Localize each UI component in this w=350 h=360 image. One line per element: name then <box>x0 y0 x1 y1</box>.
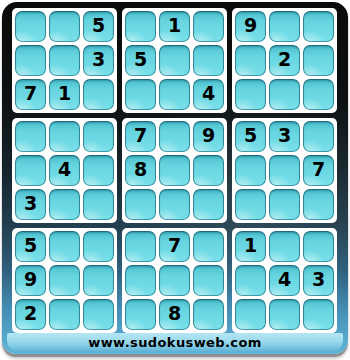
cell-r8c2[interactable] <box>49 265 80 296</box>
cell-r6c9[interactable] <box>303 189 334 220</box>
cell-digit: 4 <box>278 270 291 289</box>
cell-r1c6[interactable] <box>193 11 224 42</box>
block-1-3: 92 <box>232 8 337 113</box>
cell-r5c5[interactable] <box>159 155 190 186</box>
cell-r6c5[interactable] <box>159 189 190 220</box>
block-2-2: 798 <box>122 118 227 223</box>
cell-r3c9[interactable] <box>303 79 334 110</box>
cell-r7c8[interactable] <box>269 231 300 262</box>
cell-r2c7[interactable] <box>235 45 266 76</box>
cell-r3c4[interactable] <box>125 79 156 110</box>
cell-r4c2[interactable] <box>49 121 80 152</box>
cell-r7c6[interactable] <box>193 231 224 262</box>
cell-digit: 3 <box>92 50 105 69</box>
block-1-1: 5371 <box>12 8 117 113</box>
cell-digit: 8 <box>168 304 181 323</box>
cell-digit: 5 <box>92 16 105 35</box>
cell-digit: 2 <box>278 50 291 69</box>
cell-r9c9[interactable] <box>303 299 334 330</box>
cell-r1c7[interactable]: 9 <box>235 11 266 42</box>
cell-r3c3[interactable] <box>83 79 114 110</box>
cell-r5c1[interactable] <box>15 155 46 186</box>
cell-digit: 3 <box>312 270 325 289</box>
cell-r2c6[interactable] <box>193 45 224 76</box>
cell-r7c9[interactable] <box>303 231 334 262</box>
cell-digit: 1 <box>244 236 257 255</box>
cell-r7c1[interactable]: 5 <box>15 231 46 262</box>
cell-r2c1[interactable] <box>15 45 46 76</box>
cell-r5c8[interactable] <box>269 155 300 186</box>
cell-r4c5[interactable] <box>159 121 190 152</box>
cell-r3c7[interactable] <box>235 79 266 110</box>
cell-r6c1[interactable]: 3 <box>15 189 46 220</box>
cell-digit: 5 <box>244 126 257 145</box>
cell-digit: 9 <box>24 270 37 289</box>
block-1-2: 154 <box>122 8 227 113</box>
cell-r5c7[interactable] <box>235 155 266 186</box>
cell-r4c6[interactable]: 9 <box>193 121 224 152</box>
cell-digit: 2 <box>24 304 37 323</box>
cell-r8c5[interactable] <box>159 265 190 296</box>
cell-r1c4[interactable] <box>125 11 156 42</box>
cell-r2c4[interactable]: 5 <box>125 45 156 76</box>
cell-r2c2[interactable] <box>49 45 80 76</box>
cell-r9c3[interactable] <box>83 299 114 330</box>
cell-digit: 5 <box>134 50 147 69</box>
cell-r9c5[interactable]: 8 <box>159 299 190 330</box>
cell-digit: 1 <box>58 84 71 103</box>
block-3-1: 592 <box>12 228 117 333</box>
cell-r8c6[interactable] <box>193 265 224 296</box>
cell-r1c1[interactable] <box>15 11 46 42</box>
cell-r2c9[interactable] <box>303 45 334 76</box>
cell-r5c2[interactable]: 4 <box>49 155 80 186</box>
site-url: www.sudokusweb.com <box>88 335 261 350</box>
cell-r2c5[interactable] <box>159 45 190 76</box>
cell-r9c7[interactable] <box>235 299 266 330</box>
cell-r5c4[interactable]: 8 <box>125 155 156 186</box>
cell-digit: 8 <box>134 160 147 179</box>
cell-r8c4[interactable] <box>125 265 156 296</box>
cell-r5c3[interactable] <box>83 155 114 186</box>
cell-r6c7[interactable] <box>235 189 266 220</box>
cell-r7c2[interactable] <box>49 231 80 262</box>
block-3-3: 143 <box>232 228 337 333</box>
cell-r6c6[interactable] <box>193 189 224 220</box>
cell-r3c1[interactable]: 7 <box>15 79 46 110</box>
cell-r3c2[interactable]: 1 <box>49 79 80 110</box>
cell-r1c8[interactable] <box>269 11 300 42</box>
cell-digit: 3 <box>24 194 37 213</box>
cell-r8c7[interactable] <box>235 265 266 296</box>
cell-r8c9[interactable]: 3 <box>303 265 334 296</box>
cell-r3c6[interactable]: 4 <box>193 79 224 110</box>
cell-r8c1[interactable]: 9 <box>15 265 46 296</box>
cell-r2c3[interactable]: 3 <box>83 45 114 76</box>
cell-r4c8[interactable]: 3 <box>269 121 300 152</box>
cell-digit: 4 <box>58 160 71 179</box>
cell-r9c1[interactable]: 2 <box>15 299 46 330</box>
block-2-3: 537 <box>232 118 337 223</box>
cell-r3c5[interactable] <box>159 79 190 110</box>
cell-digit: 3 <box>278 126 291 145</box>
cell-r6c2[interactable] <box>49 189 80 220</box>
cell-digit: 1 <box>168 16 181 35</box>
cell-r3c8[interactable] <box>269 79 300 110</box>
cell-r9c4[interactable] <box>125 299 156 330</box>
cell-r7c3[interactable] <box>83 231 114 262</box>
cell-r6c8[interactable] <box>269 189 300 220</box>
cell-r8c3[interactable] <box>83 265 114 296</box>
cell-digit: 9 <box>202 126 215 145</box>
cell-r7c4[interactable] <box>125 231 156 262</box>
cell-digit: 7 <box>168 236 181 255</box>
sudoku-board: 5371154924379853759278143 <box>12 8 337 333</box>
cell-r8c8[interactable]: 4 <box>269 265 300 296</box>
cell-digit: 7 <box>24 84 37 103</box>
block-2-1: 43 <box>12 118 117 223</box>
cell-r4c3[interactable] <box>83 121 114 152</box>
cell-digit: 9 <box>244 16 257 35</box>
cell-r1c5[interactable]: 1 <box>159 11 190 42</box>
cell-r7c7[interactable]: 1 <box>235 231 266 262</box>
cell-r9c8[interactable] <box>269 299 300 330</box>
cell-r1c9[interactable] <box>303 11 334 42</box>
cell-digit: 5 <box>24 236 37 255</box>
cell-r9c2[interactable] <box>49 299 80 330</box>
block-3-2: 78 <box>122 228 227 333</box>
cell-r1c3[interactable]: 5 <box>83 11 114 42</box>
cell-r5c6[interactable] <box>193 155 224 186</box>
cell-digit: 7 <box>312 160 325 179</box>
cell-r4c1[interactable] <box>15 121 46 152</box>
cell-r6c4[interactable] <box>125 189 156 220</box>
cell-r2c8[interactable]: 2 <box>269 45 300 76</box>
cell-r5c9[interactable]: 7 <box>303 155 334 186</box>
cell-digit: 4 <box>202 84 215 103</box>
board-frame: 5371154924379853759278143 www.sudokusweb… <box>2 2 348 354</box>
cell-r6c3[interactable] <box>83 189 114 220</box>
cell-r4c9[interactable] <box>303 121 334 152</box>
cell-r4c4[interactable]: 7 <box>125 121 156 152</box>
cell-r1c2[interactable] <box>49 11 80 42</box>
site-footer: www.sudokusweb.com <box>7 333 343 352</box>
cell-r4c7[interactable]: 5 <box>235 121 266 152</box>
cell-digit: 7 <box>134 126 147 145</box>
cell-r9c6[interactable] <box>193 299 224 330</box>
cell-r7c5[interactable]: 7 <box>159 231 190 262</box>
